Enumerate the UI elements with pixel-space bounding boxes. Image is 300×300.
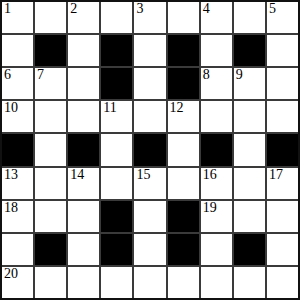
cell-r5c6[interactable] — [168, 134, 199, 165]
cell-r4c9[interactable] — [267, 101, 298, 132]
blocked-cell-r8c4 — [101, 234, 132, 265]
cell-r8c7[interactable] — [201, 234, 232, 265]
cell-r3c7[interactable]: 8 — [201, 68, 232, 99]
cell-r4c1[interactable]: 10 — [2, 101, 33, 132]
clue-number-9: 9 — [236, 68, 243, 82]
blocked-cell-r7c4 — [101, 201, 132, 232]
cell-r3c8[interactable]: 9 — [234, 68, 265, 99]
cell-r1c4[interactable] — [101, 2, 132, 33]
cell-r2c7[interactable] — [201, 35, 232, 66]
clue-number-15: 15 — [136, 168, 150, 182]
cell-r4c8[interactable] — [234, 101, 265, 132]
cell-r6c8[interactable] — [234, 168, 265, 199]
cell-r8c9[interactable] — [267, 234, 298, 265]
cell-r2c5[interactable] — [134, 35, 165, 66]
clue-number-12: 12 — [170, 101, 184, 115]
cell-r6c3[interactable]: 14 — [68, 168, 99, 199]
clue-number-7: 7 — [37, 68, 44, 82]
cell-r2c9[interactable] — [267, 35, 298, 66]
blocked-cell-r8c8 — [234, 234, 265, 265]
cell-r7c1[interactable]: 18 — [2, 201, 33, 232]
cell-r8c5[interactable] — [134, 234, 165, 265]
cell-r1c5[interactable]: 3 — [134, 2, 165, 33]
crossword-grid: 1234567891011121314151617181920 — [0, 0, 300, 300]
blocked-cell-r8c2 — [35, 234, 66, 265]
clue-number-5: 5 — [269, 2, 276, 16]
cell-r6c6[interactable] — [168, 168, 199, 199]
cell-r9c2[interactable] — [35, 267, 66, 298]
clue-number-20: 20 — [4, 267, 18, 281]
cell-r9c4[interactable] — [101, 267, 132, 298]
cell-r1c6[interactable] — [168, 2, 199, 33]
cell-r3c5[interactable] — [134, 68, 165, 99]
cell-r3c9[interactable] — [267, 68, 298, 99]
cell-r1c7[interactable]: 4 — [201, 2, 232, 33]
cell-r5c8[interactable] — [234, 134, 265, 165]
cell-r7c2[interactable] — [35, 201, 66, 232]
cell-r3c1[interactable]: 6 — [2, 68, 33, 99]
cell-r2c1[interactable] — [2, 35, 33, 66]
blocked-cell-r2c6 — [168, 35, 199, 66]
clue-number-18: 18 — [4, 201, 18, 215]
cell-r9c9[interactable] — [267, 267, 298, 298]
cell-r9c6[interactable] — [168, 267, 199, 298]
cell-r4c3[interactable] — [68, 101, 99, 132]
cell-r7c9[interactable] — [267, 201, 298, 232]
cell-r6c2[interactable] — [35, 168, 66, 199]
clue-number-19: 19 — [203, 201, 217, 215]
cell-r5c4[interactable] — [101, 134, 132, 165]
cell-r4c2[interactable] — [35, 101, 66, 132]
cell-r4c5[interactable] — [134, 101, 165, 132]
clue-number-3: 3 — [136, 2, 143, 16]
cell-r7c3[interactable] — [68, 201, 99, 232]
cell-r3c2[interactable]: 7 — [35, 68, 66, 99]
cell-r1c9[interactable]: 5 — [267, 2, 298, 33]
cell-r6c4[interactable] — [101, 168, 132, 199]
blocked-cell-r5c1 — [2, 134, 33, 165]
cell-r9c1[interactable]: 20 — [2, 267, 33, 298]
blocked-cell-r2c8 — [234, 35, 265, 66]
blocked-cell-r5c3 — [68, 134, 99, 165]
blocked-cell-r3c4 — [101, 68, 132, 99]
cell-r6c9[interactable]: 17 — [267, 168, 298, 199]
cell-r6c1[interactable]: 13 — [2, 168, 33, 199]
cell-r7c8[interactable] — [234, 201, 265, 232]
blocked-cell-r5c7 — [201, 134, 232, 165]
clue-number-13: 13 — [4, 168, 18, 182]
clue-number-6: 6 — [4, 68, 11, 82]
cell-r1c8[interactable] — [234, 2, 265, 33]
clue-number-2: 2 — [70, 2, 77, 16]
cell-r3c3[interactable] — [68, 68, 99, 99]
blocked-cell-r5c5 — [134, 134, 165, 165]
cell-r5c2[interactable] — [35, 134, 66, 165]
clue-number-17: 17 — [269, 168, 283, 182]
clue-number-14: 14 — [70, 168, 84, 182]
clue-number-4: 4 — [203, 2, 210, 16]
blocked-cell-r5c9 — [267, 134, 298, 165]
clue-number-10: 10 — [4, 101, 18, 115]
cell-r1c3[interactable]: 2 — [68, 2, 99, 33]
cell-r4c4[interactable]: 11 — [101, 101, 132, 132]
blocked-cell-r2c2 — [35, 35, 66, 66]
cell-r9c3[interactable] — [68, 267, 99, 298]
cell-r9c7[interactable] — [201, 267, 232, 298]
blocked-cell-r8c6 — [168, 234, 199, 265]
cell-r9c8[interactable] — [234, 267, 265, 298]
cell-r7c7[interactable]: 19 — [201, 201, 232, 232]
blocked-cell-r2c4 — [101, 35, 132, 66]
clue-number-8: 8 — [203, 68, 210, 82]
cell-r9c5[interactable] — [134, 267, 165, 298]
cell-r7c5[interactable] — [134, 201, 165, 232]
cell-r6c7[interactable]: 16 — [201, 168, 232, 199]
clue-number-16: 16 — [203, 168, 217, 182]
cell-r6c5[interactable]: 15 — [134, 168, 165, 199]
cell-r4c6[interactable]: 12 — [168, 101, 199, 132]
clue-number-11: 11 — [103, 101, 116, 115]
blocked-cell-r7c6 — [168, 201, 199, 232]
cell-r1c1[interactable]: 1 — [2, 2, 33, 33]
cell-r1c2[interactable] — [35, 2, 66, 33]
cell-r8c3[interactable] — [68, 234, 99, 265]
clue-number-1: 1 — [4, 2, 11, 16]
cell-r8c1[interactable] — [2, 234, 33, 265]
cell-r4c7[interactable] — [201, 101, 232, 132]
cell-r2c3[interactable] — [68, 35, 99, 66]
blocked-cell-r3c6 — [168, 68, 199, 99]
